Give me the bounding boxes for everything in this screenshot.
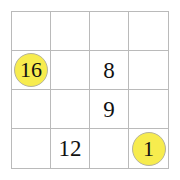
grid-cell[interactable]: [90, 129, 129, 168]
grid-cell[interactable]: [51, 51, 90, 90]
grid-cell[interactable]: [51, 90, 90, 129]
grid-cell[interactable]: [12, 12, 51, 51]
grid-cell[interactable]: 8: [90, 51, 129, 90]
cell-number: 1: [143, 138, 154, 160]
grid-cell[interactable]: [51, 12, 90, 51]
grid-cell[interactable]: [12, 129, 51, 168]
endpoint-circle: 16: [14, 53, 48, 87]
grid-cell[interactable]: [90, 12, 129, 51]
grid-cell[interactable]: 9: [90, 90, 129, 129]
grid-cell[interactable]: [129, 90, 168, 129]
endpoint-circle: 1: [132, 132, 166, 166]
grid-cell[interactable]: [129, 12, 168, 51]
grid-cell[interactable]: 12: [51, 129, 90, 168]
grid-cell[interactable]: 16: [12, 51, 51, 90]
cell-number: 12: [59, 137, 82, 160]
grid-cell[interactable]: [12, 90, 51, 129]
cell-number: 9: [103, 98, 115, 121]
cell-number: 8: [103, 59, 115, 82]
puzzle-board: 1689121: [11, 11, 169, 169]
grid-cell[interactable]: [129, 51, 168, 90]
grid-cell[interactable]: 1: [129, 129, 168, 168]
cell-number: 16: [20, 59, 42, 81]
